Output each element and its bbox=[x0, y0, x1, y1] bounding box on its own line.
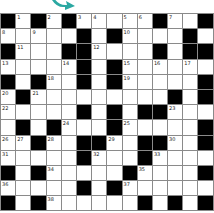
cell-2-10[interactable] bbox=[138, 29, 152, 43]
cell-2-4[interactable] bbox=[47, 29, 61, 43]
cell-9-9[interactable] bbox=[123, 136, 137, 150]
black-cell-12-8 bbox=[107, 181, 121, 195]
black-cell-10-10 bbox=[138, 151, 152, 165]
cell-9-1[interactable]: 26 bbox=[1, 136, 15, 150]
clue-number-33: 33 bbox=[154, 151, 160, 157]
cell-8-9[interactable]: 25 bbox=[123, 120, 137, 134]
cell-2-5[interactable] bbox=[62, 29, 76, 43]
cell-8-5[interactable]: 24 bbox=[62, 120, 76, 134]
cell-10-7[interactable]: 32 bbox=[92, 151, 106, 165]
black-cell-2-8 bbox=[107, 29, 121, 43]
cell-4-7[interactable] bbox=[92, 60, 106, 74]
cell-6-1[interactable]: 20 bbox=[1, 90, 15, 104]
cell-6-6[interactable] bbox=[77, 90, 91, 104]
cell-3-12[interactable] bbox=[168, 44, 182, 58]
black-cell-9-10 bbox=[138, 136, 152, 150]
cell-7-5[interactable] bbox=[62, 105, 76, 119]
clue-number-9: 9 bbox=[32, 29, 35, 35]
cell-7-1[interactable]: 22 bbox=[1, 105, 15, 119]
cell-3-4[interactable] bbox=[47, 44, 61, 58]
cell-7-13[interactable] bbox=[183, 105, 197, 119]
clue-number-34: 34 bbox=[48, 166, 54, 172]
black-cell-6-2 bbox=[16, 90, 30, 104]
cell-8-7[interactable] bbox=[92, 120, 106, 134]
cell-2-1[interactable]: 8 bbox=[1, 29, 15, 43]
cell-13-7[interactable] bbox=[92, 196, 106, 210]
cell-4-12[interactable] bbox=[168, 60, 182, 74]
cell-2-3[interactable]: 9 bbox=[31, 29, 45, 43]
cell-4-1[interactable]: 13 bbox=[1, 60, 15, 74]
cell-13-5[interactable] bbox=[62, 196, 76, 210]
cell-10-2[interactable] bbox=[16, 151, 30, 165]
cell-8-3[interactable] bbox=[31, 120, 45, 134]
black-cell-9-14 bbox=[198, 136, 212, 150]
black-cell-7-6 bbox=[77, 105, 91, 119]
cell-2-7[interactable] bbox=[92, 29, 106, 43]
clue-number-23: 23 bbox=[169, 105, 175, 111]
black-cell-11-9 bbox=[123, 166, 137, 180]
cell-10-12[interactable] bbox=[168, 151, 182, 165]
clue-number-22: 22 bbox=[2, 105, 8, 111]
clue-number-15: 15 bbox=[124, 60, 130, 66]
black-cell-13-10 bbox=[138, 196, 152, 210]
cell-11-13[interactable] bbox=[183, 166, 197, 180]
cell-12-14[interactable] bbox=[198, 181, 212, 195]
cell-2-11[interactable] bbox=[153, 29, 167, 43]
cell-12-7[interactable] bbox=[92, 181, 106, 195]
cell-9-12[interactable]: 30 bbox=[168, 136, 182, 150]
clue-number-6: 6 bbox=[139, 14, 142, 20]
cell-11-5[interactable] bbox=[62, 166, 76, 180]
cell-11-12[interactable] bbox=[168, 166, 182, 180]
cell-1-13[interactable] bbox=[183, 14, 197, 28]
clue-number-17: 17 bbox=[184, 60, 190, 66]
cell-9-4[interactable]: 28 bbox=[47, 136, 61, 150]
cell-10-13[interactable] bbox=[183, 151, 197, 165]
clue-number-20: 20 bbox=[2, 90, 8, 96]
black-cell-3-6 bbox=[77, 44, 91, 58]
black-cell-6-14 bbox=[198, 90, 212, 104]
cell-12-4[interactable] bbox=[47, 181, 61, 195]
black-cell-9-11 bbox=[153, 136, 167, 150]
cell-1-8[interactable] bbox=[107, 14, 121, 28]
cell-2-9[interactable]: 10 bbox=[123, 29, 137, 43]
clue-number-25: 25 bbox=[124, 120, 130, 126]
cell-11-4[interactable]: 34 bbox=[47, 166, 61, 180]
cell-3-2[interactable]: 11 bbox=[16, 44, 30, 58]
cell-12-11[interactable] bbox=[153, 181, 167, 195]
clue-number-32: 32 bbox=[93, 151, 99, 157]
cell-12-12[interactable] bbox=[168, 181, 182, 195]
black-cell-5-8 bbox=[107, 75, 121, 89]
cell-7-3[interactable] bbox=[31, 105, 45, 119]
cell-12-13[interactable] bbox=[183, 181, 197, 195]
black-cell-13-14 bbox=[198, 196, 212, 210]
clue-number-24: 24 bbox=[63, 120, 69, 126]
cell-12-1[interactable]: 36 bbox=[1, 181, 15, 195]
black-cell-13-12 bbox=[168, 196, 182, 210]
cell-7-2[interactable] bbox=[16, 105, 30, 119]
cell-12-10[interactable] bbox=[138, 181, 152, 195]
black-cell-12-6 bbox=[77, 181, 91, 195]
cell-4-14[interactable] bbox=[198, 60, 212, 74]
cell-8-12[interactable] bbox=[168, 120, 182, 134]
cell-3-7[interactable]: 12 bbox=[92, 44, 106, 58]
cell-9-2[interactable]: 27 bbox=[16, 136, 30, 150]
black-cell-9-3 bbox=[31, 136, 45, 150]
black-cell-13-1 bbox=[1, 196, 15, 210]
cell-1-2[interactable]: 1 bbox=[16, 14, 30, 28]
cell-13-2[interactable] bbox=[16, 196, 30, 210]
black-cell-8-4 bbox=[47, 120, 61, 134]
cell-4-9[interactable]: 15 bbox=[123, 60, 137, 74]
clue-number-11: 11 bbox=[17, 44, 23, 50]
clue-number-4: 4 bbox=[93, 14, 96, 20]
clue-number-2: 2 bbox=[48, 14, 51, 20]
clue-number-35: 35 bbox=[139, 166, 145, 172]
crossword-screenshot: 1234567891011121314151617181920212223242… bbox=[0, 0, 214, 213]
black-cell-4-6 bbox=[77, 60, 91, 74]
clue-number-28: 28 bbox=[48, 136, 54, 142]
black-cell-1-14 bbox=[198, 14, 212, 28]
black-cell-1-5 bbox=[62, 14, 76, 28]
cell-1-9[interactable]: 5 bbox=[123, 14, 137, 28]
cell-6-7[interactable] bbox=[92, 90, 106, 104]
cell-10-14[interactable] bbox=[198, 151, 212, 165]
cell-13-13[interactable] bbox=[183, 196, 197, 210]
cell-11-2[interactable] bbox=[16, 166, 30, 180]
cell-4-10[interactable] bbox=[138, 60, 152, 74]
clue-number-8: 8 bbox=[2, 29, 5, 35]
cell-10-1[interactable]: 31 bbox=[1, 151, 15, 165]
cell-7-7[interactable] bbox=[92, 105, 106, 119]
cell-5-4[interactable]: 18 bbox=[47, 75, 61, 89]
clue-number-30: 30 bbox=[169, 136, 175, 142]
clue-number-18: 18 bbox=[48, 75, 54, 81]
cell-7-4[interactable] bbox=[47, 105, 61, 119]
cell-5-7[interactable] bbox=[92, 75, 106, 89]
cell-1-6[interactable]: 3 bbox=[77, 14, 91, 28]
cell-10-4[interactable] bbox=[47, 151, 61, 165]
cell-13-9[interactable] bbox=[123, 196, 137, 210]
cell-13-6[interactable] bbox=[77, 196, 91, 210]
black-cell-9-6 bbox=[77, 136, 91, 150]
clue-number-19: 19 bbox=[124, 75, 130, 81]
cell-10-3[interactable] bbox=[31, 151, 45, 165]
cell-6-10[interactable] bbox=[138, 90, 152, 104]
cell-3-3[interactable] bbox=[31, 44, 45, 58]
black-cell-5-14 bbox=[198, 75, 212, 89]
black-cell-8-14 bbox=[198, 120, 212, 134]
clue-number-21: 21 bbox=[32, 90, 38, 96]
cell-10-9[interactable] bbox=[123, 151, 137, 165]
black-cell-9-7 bbox=[92, 136, 106, 150]
black-cell-1-1 bbox=[1, 14, 15, 28]
cell-6-8[interactable] bbox=[107, 90, 121, 104]
clue-number-16: 16 bbox=[154, 60, 160, 66]
cell-7-9[interactable] bbox=[123, 105, 137, 119]
cell-5-13[interactable] bbox=[183, 75, 197, 89]
black-cell-1-3 bbox=[31, 14, 45, 28]
cell-7-14[interactable] bbox=[198, 105, 212, 119]
black-cell-5-3 bbox=[31, 75, 45, 89]
clue-number-14: 14 bbox=[63, 60, 69, 66]
clue-number-5: 5 bbox=[124, 14, 127, 20]
cell-2-14[interactable] bbox=[198, 29, 212, 43]
black-cell-3-11 bbox=[153, 44, 167, 58]
cursor-arrow-icon bbox=[51, 0, 77, 11]
cell-5-2[interactable] bbox=[16, 75, 30, 89]
cell-8-13[interactable] bbox=[183, 120, 197, 134]
cell-9-5[interactable] bbox=[62, 136, 76, 150]
black-cell-2-13 bbox=[183, 29, 197, 43]
cell-3-10[interactable] bbox=[138, 44, 152, 58]
clue-number-12: 12 bbox=[93, 44, 99, 50]
clue-number-3: 3 bbox=[78, 14, 81, 20]
cell-8-10[interactable] bbox=[138, 120, 152, 134]
clue-number-1: 1 bbox=[17, 14, 20, 20]
cell-6-3[interactable]: 21 bbox=[31, 90, 45, 104]
black-cell-10-6 bbox=[77, 151, 91, 165]
cell-7-12[interactable]: 23 bbox=[168, 105, 182, 119]
cell-8-11[interactable] bbox=[153, 120, 167, 134]
cell-10-8[interactable] bbox=[107, 151, 121, 165]
cell-5-9[interactable]: 19 bbox=[123, 75, 137, 89]
clue-number-38: 38 bbox=[48, 196, 54, 202]
black-cell-3-1 bbox=[1, 44, 15, 58]
cell-1-12[interactable]: 7 bbox=[168, 14, 182, 28]
black-cell-7-11 bbox=[153, 105, 167, 119]
cell-12-2[interactable] bbox=[16, 181, 30, 195]
black-cell-3-13 bbox=[183, 44, 197, 58]
black-cell-7-10 bbox=[138, 105, 152, 119]
cell-12-9[interactable]: 37 bbox=[123, 181, 137, 195]
crossword-board: 1234567891011121314151617181920212223242… bbox=[0, 13, 214, 211]
cell-3-9[interactable] bbox=[123, 44, 137, 58]
cell-4-13[interactable]: 17 bbox=[183, 60, 197, 74]
cell-11-10[interactable]: 35 bbox=[138, 166, 152, 180]
cell-6-9[interactable] bbox=[123, 90, 137, 104]
cell-6-5[interactable] bbox=[62, 90, 76, 104]
cell-2-2[interactable] bbox=[16, 29, 30, 43]
clue-number-10: 10 bbox=[124, 29, 130, 35]
cell-1-7[interactable]: 4 bbox=[92, 14, 106, 28]
cell-11-6[interactable] bbox=[77, 166, 91, 180]
clue-number-7: 7 bbox=[169, 14, 172, 20]
cell-5-5[interactable] bbox=[62, 75, 76, 89]
cell-1-4[interactable]: 2 bbox=[47, 14, 61, 28]
cell-4-5[interactable]: 14 bbox=[62, 60, 76, 74]
black-cell-6-12 bbox=[168, 90, 182, 104]
clue-number-37: 37 bbox=[124, 181, 130, 187]
black-cell-3-5 bbox=[62, 44, 76, 58]
black-cell-3-14 bbox=[198, 44, 212, 58]
cell-5-12[interactable] bbox=[168, 75, 182, 89]
cell-13-4[interactable]: 38 bbox=[47, 196, 61, 210]
black-cell-11-14 bbox=[198, 166, 212, 180]
black-cell-11-1 bbox=[1, 166, 15, 180]
cell-2-12[interactable] bbox=[168, 29, 182, 43]
black-cell-8-8 bbox=[107, 120, 121, 134]
clue-number-13: 13 bbox=[2, 60, 8, 66]
cell-5-11[interactable] bbox=[153, 75, 167, 89]
clue-number-26: 26 bbox=[2, 136, 8, 142]
clue-number-29: 29 bbox=[108, 136, 114, 142]
black-cell-7-8 bbox=[107, 105, 121, 119]
cell-12-3[interactable] bbox=[31, 181, 45, 195]
cell-6-11[interactable] bbox=[153, 90, 167, 104]
black-cell-5-6 bbox=[77, 75, 91, 89]
cell-9-13[interactable] bbox=[183, 136, 197, 150]
cell-5-10[interactable] bbox=[138, 75, 152, 89]
cell-3-8[interactable] bbox=[107, 44, 121, 58]
cell-4-3[interactable] bbox=[31, 60, 45, 74]
black-cell-5-1 bbox=[1, 75, 15, 89]
cell-10-5[interactable] bbox=[62, 151, 76, 165]
black-cell-13-3 bbox=[31, 196, 45, 210]
cell-4-11[interactable]: 16 bbox=[153, 60, 167, 74]
clue-number-31: 31 bbox=[2, 151, 8, 157]
clue-number-36: 36 bbox=[2, 181, 8, 187]
cell-6-4[interactable] bbox=[47, 90, 61, 104]
cell-11-8[interactable] bbox=[107, 166, 121, 180]
cell-12-5[interactable] bbox=[62, 181, 76, 195]
cell-8-6[interactable] bbox=[77, 120, 91, 134]
cell-9-8[interactable]: 29 bbox=[107, 136, 121, 150]
black-cell-11-3 bbox=[31, 166, 45, 180]
cell-10-11[interactable]: 33 bbox=[153, 151, 167, 165]
cell-11-7[interactable] bbox=[92, 166, 106, 180]
clue-number-27: 27 bbox=[17, 136, 23, 142]
cell-4-2[interactable] bbox=[16, 60, 30, 74]
black-cell-2-6 bbox=[77, 29, 91, 43]
cell-4-4[interactable] bbox=[47, 60, 61, 74]
black-cell-1-11 bbox=[153, 14, 167, 28]
black-cell-4-8 bbox=[107, 60, 121, 74]
cell-8-1[interactable] bbox=[1, 120, 15, 134]
cell-13-8[interactable] bbox=[107, 196, 121, 210]
cell-1-10[interactable]: 6 bbox=[138, 14, 152, 28]
cell-11-11[interactable] bbox=[153, 166, 167, 180]
cell-6-13[interactable] bbox=[183, 90, 197, 104]
cell-13-11[interactable] bbox=[153, 196, 167, 210]
black-cell-8-2 bbox=[16, 120, 30, 134]
